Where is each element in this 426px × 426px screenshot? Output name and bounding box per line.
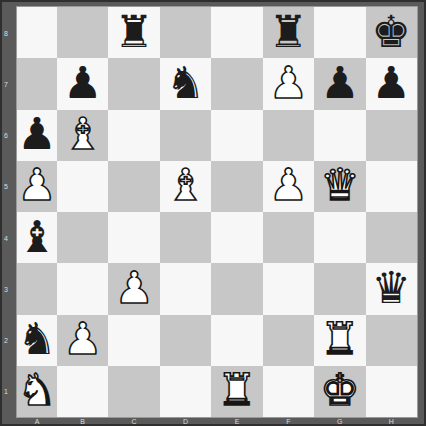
black-knight: ♞ xyxy=(166,61,205,105)
square-e8[interactable] xyxy=(211,7,262,58)
square-g1[interactable]: ♚ xyxy=(314,366,365,417)
file-label-a: A xyxy=(35,418,40,425)
square-c3[interactable]: ♟ xyxy=(108,263,159,314)
square-f5[interactable]: ♟ xyxy=(263,161,314,212)
square-a6[interactable]: ♟ xyxy=(17,110,57,161)
square-g3[interactable] xyxy=(314,263,365,314)
black-rook: ♜ xyxy=(114,10,153,54)
square-h1[interactable] xyxy=(366,366,417,417)
file-label-h: H xyxy=(389,418,394,425)
square-g4[interactable] xyxy=(314,212,365,263)
square-f1[interactable] xyxy=(263,366,314,417)
square-h5[interactable] xyxy=(366,161,417,212)
square-e5[interactable] xyxy=(211,161,262,212)
black-king: ♚ xyxy=(372,10,411,54)
square-b5[interactable] xyxy=(57,161,108,212)
file-label-b: B xyxy=(80,418,85,425)
square-b6[interactable]: ♝ xyxy=(57,110,108,161)
square-d8[interactable] xyxy=(160,7,211,58)
square-d4[interactable] xyxy=(160,212,211,263)
chess-board-frame: ♜♜♚♟♞♟♟♟♟♝♟♝♟♛♝♟♛♞♟♜♞♜♚ 87654321 ABCDEFG… xyxy=(0,0,426,426)
black-pawn: ♟ xyxy=(17,112,56,156)
white-queen: ♛ xyxy=(320,163,359,207)
white-pawn: ♟ xyxy=(269,61,308,105)
rank-label-6: 6 xyxy=(4,132,8,139)
square-e3[interactable] xyxy=(211,263,262,314)
square-h6[interactable] xyxy=(366,110,417,161)
square-d5[interactable]: ♝ xyxy=(160,161,211,212)
square-c7[interactable] xyxy=(108,58,159,109)
square-e6[interactable] xyxy=(211,110,262,161)
square-b3[interactable] xyxy=(57,263,108,314)
black-pawn: ♟ xyxy=(320,61,359,105)
square-g8[interactable] xyxy=(314,7,365,58)
black-rook: ♜ xyxy=(269,10,308,54)
square-a1[interactable]: ♞ xyxy=(17,366,57,417)
white-pawn: ♟ xyxy=(17,163,56,207)
rank-label-2: 2 xyxy=(4,337,8,344)
square-d3[interactable] xyxy=(160,263,211,314)
square-c1[interactable] xyxy=(108,366,159,417)
rank-label-4: 4 xyxy=(4,234,8,241)
square-a3[interactable] xyxy=(17,263,57,314)
square-f7[interactable]: ♟ xyxy=(263,58,314,109)
square-h3[interactable]: ♛ xyxy=(366,263,417,314)
square-d1[interactable] xyxy=(160,366,211,417)
rank-label-3: 3 xyxy=(4,285,8,292)
square-h2[interactable] xyxy=(366,315,417,366)
rank-label-7: 7 xyxy=(4,80,8,87)
file-label-g: G xyxy=(337,418,342,425)
black-knight: ♞ xyxy=(17,317,56,361)
square-c5[interactable] xyxy=(108,161,159,212)
square-h4[interactable] xyxy=(366,212,417,263)
rank-label-8: 8 xyxy=(4,29,8,36)
square-a7[interactable] xyxy=(17,58,57,109)
white-pawn: ♟ xyxy=(269,163,308,207)
square-f6[interactable] xyxy=(263,110,314,161)
chess-board: ♜♜♚♟♞♟♟♟♟♝♟♝♟♛♝♟♛♞♟♜♞♜♚ xyxy=(16,6,418,418)
square-c6[interactable] xyxy=(108,110,159,161)
file-label-c: C xyxy=(132,418,137,425)
file-label-e: E xyxy=(235,418,240,425)
white-rook: ♜ xyxy=(320,317,359,361)
rank-label-5: 5 xyxy=(4,183,8,190)
square-g5[interactable]: ♛ xyxy=(314,161,365,212)
white-bishop: ♝ xyxy=(63,112,102,156)
square-e1[interactable]: ♜ xyxy=(211,366,262,417)
square-e4[interactable] xyxy=(211,212,262,263)
square-g7[interactable]: ♟ xyxy=(314,58,365,109)
square-a4[interactable]: ♝ xyxy=(17,212,57,263)
square-f4[interactable] xyxy=(263,212,314,263)
black-pawn: ♟ xyxy=(63,61,102,105)
square-d2[interactable] xyxy=(160,315,211,366)
chess-board-grid: ♜♜♚♟♞♟♟♟♟♝♟♝♟♛♝♟♛♞♟♜♞♜♚ xyxy=(17,7,417,417)
square-f2[interactable] xyxy=(263,315,314,366)
file-label-f: F xyxy=(286,418,290,425)
black-queen: ♛ xyxy=(372,266,411,310)
square-e2[interactable] xyxy=(211,315,262,366)
square-b8[interactable] xyxy=(57,7,108,58)
black-bishop: ♝ xyxy=(17,215,56,259)
white-pawn: ♟ xyxy=(63,317,102,361)
black-pawn: ♟ xyxy=(372,61,411,105)
square-g2[interactable]: ♜ xyxy=(314,315,365,366)
square-b2[interactable]: ♟ xyxy=(57,315,108,366)
square-b1[interactable] xyxy=(57,366,108,417)
white-bishop: ♝ xyxy=(166,163,205,207)
square-f3[interactable] xyxy=(263,263,314,314)
square-e7[interactable] xyxy=(211,58,262,109)
square-b4[interactable] xyxy=(57,212,108,263)
square-d6[interactable] xyxy=(160,110,211,161)
white-pawn: ♟ xyxy=(114,266,153,310)
file-label-d: D xyxy=(183,418,188,425)
white-king: ♚ xyxy=(320,368,359,412)
square-c4[interactable] xyxy=(108,212,159,263)
square-c8[interactable]: ♜ xyxy=(108,7,159,58)
square-h7[interactable]: ♟ xyxy=(366,58,417,109)
square-b7[interactable]: ♟ xyxy=(57,58,108,109)
square-g6[interactable] xyxy=(314,110,365,161)
white-rook: ♜ xyxy=(217,368,256,412)
square-h8[interactable]: ♚ xyxy=(366,7,417,58)
rank-label-1: 1 xyxy=(4,388,8,395)
white-knight: ♞ xyxy=(17,368,56,412)
square-a2[interactable]: ♞ xyxy=(17,315,57,366)
square-a8[interactable] xyxy=(17,7,57,58)
square-a5[interactable]: ♟ xyxy=(17,161,57,212)
square-d7[interactable]: ♞ xyxy=(160,58,211,109)
square-f8[interactable]: ♜ xyxy=(263,7,314,58)
square-c2[interactable] xyxy=(108,315,159,366)
